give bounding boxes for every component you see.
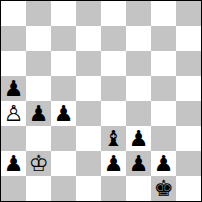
square-d8[interactable]: [76, 1, 101, 26]
square-h4[interactable]: [176, 101, 201, 126]
square-f4[interactable]: [126, 101, 151, 126]
square-a2[interactable]: ♟: [1, 151, 26, 176]
square-e6[interactable]: [101, 51, 126, 76]
piece-black-pawn: ♟: [104, 151, 124, 176]
square-f7[interactable]: [126, 26, 151, 51]
square-a1[interactable]: [1, 176, 26, 201]
square-g4[interactable]: [151, 101, 176, 126]
square-h8[interactable]: [176, 1, 201, 26]
piece-black-bishop: ♝: [104, 126, 124, 151]
square-e4[interactable]: [101, 101, 126, 126]
square-b7[interactable]: [26, 26, 51, 51]
chess-board: ♟♙♟♟♝♟♟♔♟♟♟♚: [0, 0, 202, 202]
square-e8[interactable]: [101, 1, 126, 26]
square-c4[interactable]: ♟: [51, 101, 76, 126]
piece-black-pawn: ♟: [54, 101, 74, 126]
square-h7[interactable]: [176, 26, 201, 51]
square-h3[interactable]: [176, 126, 201, 151]
square-b5[interactable]: [26, 76, 51, 101]
square-g6[interactable]: [151, 51, 176, 76]
square-d5[interactable]: [76, 76, 101, 101]
square-d1[interactable]: [76, 176, 101, 201]
square-c3[interactable]: [51, 126, 76, 151]
square-g2[interactable]: ♟: [151, 151, 176, 176]
square-d7[interactable]: [76, 26, 101, 51]
square-c8[interactable]: [51, 1, 76, 26]
square-b3[interactable]: [26, 126, 51, 151]
square-a8[interactable]: [1, 1, 26, 26]
square-c2[interactable]: [51, 151, 76, 176]
square-a6[interactable]: [1, 51, 26, 76]
piece-black-pawn: ♟: [154, 151, 174, 176]
piece-white-pawn: ♙: [4, 101, 24, 126]
square-f1[interactable]: [126, 176, 151, 201]
square-f8[interactable]: [126, 1, 151, 26]
square-f3[interactable]: ♟: [126, 126, 151, 151]
piece-black-king: ♚: [154, 176, 174, 201]
square-e7[interactable]: [101, 26, 126, 51]
square-h5[interactable]: [176, 76, 201, 101]
square-b2[interactable]: ♔: [26, 151, 51, 176]
square-b1[interactable]: [26, 176, 51, 201]
square-b4[interactable]: ♟: [26, 101, 51, 126]
piece-black-pawn: ♟: [4, 76, 24, 101]
chess-diagram: ♟♙♟♟♝♟♟♔♟♟♟♚: [0, 0, 202, 202]
piece-black-pawn: ♟: [129, 151, 149, 176]
square-a3[interactable]: [1, 126, 26, 151]
square-a5[interactable]: ♟: [1, 76, 26, 101]
square-d3[interactable]: [76, 126, 101, 151]
square-g8[interactable]: [151, 1, 176, 26]
square-b8[interactable]: [26, 1, 51, 26]
square-d6[interactable]: [76, 51, 101, 76]
square-f6[interactable]: [126, 51, 151, 76]
square-a7[interactable]: [1, 26, 26, 51]
square-f2[interactable]: ♟: [126, 151, 151, 176]
piece-black-pawn: ♟: [29, 101, 49, 126]
square-e1[interactable]: [101, 176, 126, 201]
piece-black-pawn: ♟: [4, 151, 24, 176]
square-c5[interactable]: [51, 76, 76, 101]
square-b6[interactable]: [26, 51, 51, 76]
square-f5[interactable]: [126, 76, 151, 101]
square-e2[interactable]: ♟: [101, 151, 126, 176]
square-h2[interactable]: [176, 151, 201, 176]
square-h6[interactable]: [176, 51, 201, 76]
square-g1[interactable]: ♚: [151, 176, 176, 201]
square-g3[interactable]: [151, 126, 176, 151]
square-c6[interactable]: [51, 51, 76, 76]
square-c1[interactable]: [51, 176, 76, 201]
square-h1[interactable]: [176, 176, 201, 201]
piece-white-king: ♔: [29, 151, 49, 176]
piece-black-pawn: ♟: [129, 126, 149, 151]
square-e5[interactable]: [101, 76, 126, 101]
square-d2[interactable]: [76, 151, 101, 176]
square-g7[interactable]: [151, 26, 176, 51]
square-e3[interactable]: ♝: [101, 126, 126, 151]
square-g5[interactable]: [151, 76, 176, 101]
square-c7[interactable]: [51, 26, 76, 51]
square-a4[interactable]: ♙: [1, 101, 26, 126]
square-d4[interactable]: [76, 101, 101, 126]
